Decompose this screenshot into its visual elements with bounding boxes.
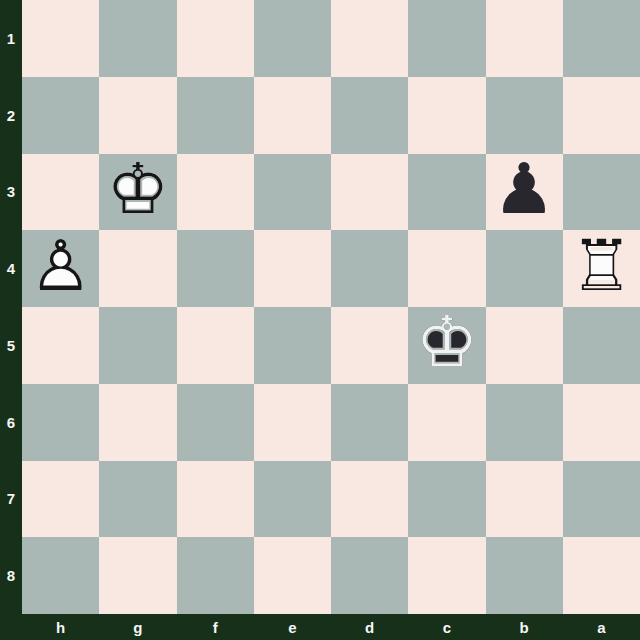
square-c7[interactable] [408,461,485,538]
file-label-f: f [177,614,254,640]
white-pawn[interactable]: ♟♙ [22,230,99,307]
square-b5[interactable] [486,307,563,384]
square-a8[interactable] [563,537,640,614]
white-king[interactable]: ♚♔ [99,154,176,231]
square-a5[interactable] [563,307,640,384]
black-pawn-glyph: ♟ [486,151,563,228]
square-c3[interactable] [408,154,485,231]
square-e4[interactable] [254,230,331,307]
rank-label-7: 7 [0,461,22,538]
square-h5[interactable] [22,307,99,384]
rank-label-6: 6 [0,384,22,461]
square-d6[interactable] [331,384,408,461]
square-d5[interactable] [331,307,408,384]
white-rook[interactable]: ♜♖ [563,230,640,307]
square-h1[interactable] [22,0,99,77]
square-c2[interactable] [408,77,485,154]
square-e2[interactable] [254,77,331,154]
square-a2[interactable] [563,77,640,154]
square-e3[interactable] [254,154,331,231]
square-f8[interactable] [177,537,254,614]
square-d7[interactable] [331,461,408,538]
square-f5[interactable] [177,307,254,384]
file-labels: hgfedcba [22,614,640,640]
rank-label-5: 5 [0,307,22,384]
rank-label-3: 3 [0,154,22,231]
square-b3[interactable]: ♟ [486,154,563,231]
rank-label-2: 2 [0,77,22,154]
square-g1[interactable] [99,0,176,77]
square-g8[interactable] [99,537,176,614]
square-d8[interactable] [331,537,408,614]
square-e1[interactable] [254,0,331,77]
square-f1[interactable] [177,0,254,77]
square-f7[interactable] [177,461,254,538]
square-e5[interactable] [254,307,331,384]
square-b8[interactable] [486,537,563,614]
square-c8[interactable] [408,537,485,614]
square-d3[interactable] [331,154,408,231]
file-label-h: h [22,614,99,640]
file-label-c: c [408,614,485,640]
square-h8[interactable] [22,537,99,614]
square-d4[interactable] [331,230,408,307]
square-a3[interactable] [563,154,640,231]
square-d2[interactable] [331,77,408,154]
square-c4[interactable] [408,230,485,307]
square-a4[interactable]: ♜♖ [563,230,640,307]
square-c1[interactable] [408,0,485,77]
square-g7[interactable] [99,461,176,538]
square-h7[interactable] [22,461,99,538]
file-label-g: g [99,614,176,640]
rank-label-4: 4 [0,230,22,307]
black-pawn[interactable]: ♟ [486,154,563,231]
file-label-d: d [331,614,408,640]
square-f6[interactable] [177,384,254,461]
file-label-a: a [563,614,640,640]
chess-board-frame: 12345678 ♚♔♟♟♙♜♖♚♔ hgfedcba [0,0,640,640]
square-b6[interactable] [486,384,563,461]
black-king-outline: ♔ [408,304,485,381]
square-h2[interactable] [22,77,99,154]
square-a1[interactable] [563,0,640,77]
square-h4[interactable]: ♟♙ [22,230,99,307]
rank-labels: 12345678 [0,0,22,614]
square-g5[interactable] [99,307,176,384]
square-a7[interactable] [563,461,640,538]
square-e7[interactable] [254,461,331,538]
white-rook-outline: ♖ [563,227,640,304]
white-pawn-outline: ♙ [22,227,99,304]
square-f3[interactable] [177,154,254,231]
square-g3[interactable]: ♚♔ [99,154,176,231]
white-king-outline: ♔ [99,151,176,228]
file-label-b: b [486,614,563,640]
square-d1[interactable] [331,0,408,77]
square-g6[interactable] [99,384,176,461]
square-b1[interactable] [486,0,563,77]
square-a6[interactable] [563,384,640,461]
square-f4[interactable] [177,230,254,307]
square-h3[interactable] [22,154,99,231]
square-b4[interactable] [486,230,563,307]
file-label-e: e [254,614,331,640]
square-e8[interactable] [254,537,331,614]
square-c6[interactable] [408,384,485,461]
square-h6[interactable] [22,384,99,461]
square-c5[interactable]: ♚♔ [408,307,485,384]
square-g2[interactable] [99,77,176,154]
square-b2[interactable] [486,77,563,154]
square-f2[interactable] [177,77,254,154]
square-g4[interactable] [99,230,176,307]
square-e6[interactable] [254,384,331,461]
square-b7[interactable] [486,461,563,538]
rank-label-8: 8 [0,537,22,614]
chess-board: ♚♔♟♟♙♜♖♚♔ [22,0,640,614]
black-king[interactable]: ♚♔ [408,307,485,384]
rank-label-1: 1 [0,0,22,77]
